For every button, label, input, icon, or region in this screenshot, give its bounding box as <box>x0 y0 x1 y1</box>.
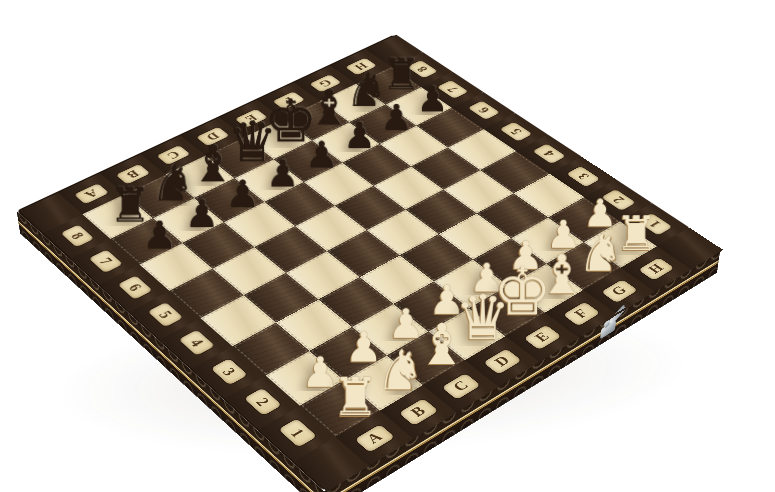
file-label-text: E <box>523 325 561 350</box>
rank-label-text: 8 <box>60 225 94 248</box>
rank-label-text: 5 <box>147 302 183 327</box>
file-label-text: C <box>441 373 480 400</box>
rank-label-text: 4 <box>178 330 215 356</box>
file-label-text: B <box>398 398 438 426</box>
rank-label-text: 4 <box>532 144 566 165</box>
rank-label-text: 6 <box>467 101 499 120</box>
file-label-text: D <box>482 348 521 374</box>
chess-set-photo: ABCDEFGH8♜♞♝♛♚♝♞♜87♟♟♟♟♟♟♟♟7665544332♟♟♟… <box>0 0 775 492</box>
rank-label-text: 7 <box>88 250 122 274</box>
file-label-text: H <box>637 257 673 280</box>
rank-label-text: 2 <box>243 388 281 416</box>
file-label-text: A <box>73 183 108 204</box>
rank-label-text: 3 <box>210 358 247 385</box>
rank-label-text: 1 <box>277 419 316 448</box>
rank-label-text: 5 <box>499 122 532 142</box>
rank-label-text: 3 <box>565 166 599 187</box>
file-label-text: F <box>562 301 599 325</box>
rank-label-text: 6 <box>117 276 152 300</box>
file-label-text: G <box>600 279 637 303</box>
file-label-text: A <box>354 424 395 452</box>
